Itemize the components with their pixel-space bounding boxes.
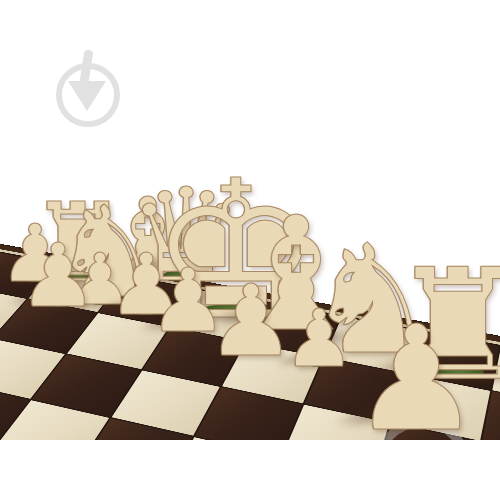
down-arrow-watermark-icon (55, 50, 121, 116)
watermark-circle (56, 63, 120, 127)
page-background: ♝♛♜♟♞♟♟♚♟♝♟♞♟♟♜♟ (0, 0, 500, 500)
white-pawn: ♟ (19, 233, 98, 321)
white-pawn: ♟ (283, 299, 354, 378)
white-pawn: ♟ (351, 306, 481, 440)
product-photo: ♝♛♜♟♞♟♟♚♟♝♟♞♟♟♜♟ (0, 0, 500, 440)
